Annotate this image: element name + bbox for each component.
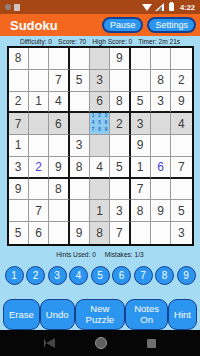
- cell-r6c6[interactable]: 5: [110, 157, 130, 179]
- notification-circle-icon: [5, 4, 11, 10]
- cell-r9c7[interactable]: [131, 222, 151, 244]
- cell-r3c4[interactable]: [70, 92, 90, 114]
- clock-time: 4:22: [180, 3, 195, 12]
- cell-r8c3[interactable]: [49, 200, 69, 222]
- cell-r5c7[interactable]: 9: [131, 135, 151, 157]
- cell-r5c3[interactable]: [49, 135, 69, 157]
- cell-r2c9[interactable]: 2: [171, 70, 191, 92]
- digit-5-button[interactable]: 5: [91, 266, 110, 285]
- cell-r1c8[interactable]: [151, 48, 171, 70]
- cell-r4c6[interactable]: 2: [110, 113, 130, 135]
- cell-r2c7[interactable]: [131, 70, 151, 92]
- digit-1-button[interactable]: 1: [5, 266, 24, 285]
- cell-r5c8[interactable]: [151, 135, 171, 157]
- digit-9-button[interactable]: 9: [177, 266, 196, 285]
- android-status-bar: 4:22: [0, 0, 200, 14]
- hints-mistakes-bar: Hints Used: 0 Mistakes: 1/3: [0, 249, 200, 259]
- cell-r9c3[interactable]: [49, 222, 69, 244]
- cell-r8c4[interactable]: [70, 200, 90, 222]
- cell-r7c3[interactable]: 8: [49, 179, 69, 201]
- cell-r1c1[interactable]: 8: [9, 48, 29, 70]
- digit-6-button[interactable]: 6: [112, 266, 131, 285]
- undo-button[interactable]: Undo: [40, 299, 75, 330]
- cell-r1c5[interactable]: [90, 48, 110, 70]
- pencil-notes: 123456789: [90, 113, 109, 134]
- cell-r5c4[interactable]: 3: [70, 135, 90, 157]
- difficulty-stat: Difficulty: 0: [20, 38, 52, 45]
- cell-r4c9[interactable]: 4: [171, 113, 191, 135]
- cell-r8c9[interactable]: 5: [171, 200, 191, 222]
- cell-r8c1[interactable]: [9, 200, 29, 222]
- cell-r8c5[interactable]: 1: [90, 200, 110, 222]
- cell-r4c4[interactable]: [70, 113, 90, 135]
- cell-r8c7[interactable]: 8: [131, 200, 151, 222]
- cell-r6c1[interactable]: 3: [9, 157, 29, 179]
- game-stats-bar: Difficulty: 0 Score: 70 High Score: 0 Ti…: [0, 36, 200, 46]
- timer-stat: Timer: 2m 21s: [138, 38, 180, 45]
- cell-r9c1[interactable]: 5: [9, 222, 29, 244]
- cell-signal-icon: [155, 3, 164, 11]
- cell-r9c6[interactable]: 7: [110, 222, 130, 244]
- cell-r2c8[interactable]: 8: [151, 70, 171, 92]
- cell-r7c9[interactable]: [171, 179, 191, 201]
- cell-r4c8[interactable]: [151, 113, 171, 135]
- cell-r2c1[interactable]: [9, 70, 29, 92]
- cell-r3c5[interactable]: 6: [90, 92, 110, 114]
- cell-r4c2[interactable]: [29, 113, 49, 135]
- cell-r7c4[interactable]: [70, 179, 90, 201]
- recents-icon[interactable]: [147, 339, 156, 348]
- home-icon[interactable]: [95, 337, 107, 349]
- cell-r5c2[interactable]: [29, 135, 49, 157]
- cell-r1c6[interactable]: 9: [110, 48, 130, 70]
- cell-r8c6[interactable]: 3: [110, 200, 130, 222]
- action-button-row: Erase Undo New Puzzle Notes On Hint: [0, 299, 200, 330]
- mistakes-label: Mistakes: 1/3: [105, 251, 144, 258]
- cell-r6c5[interactable]: 4: [90, 157, 110, 179]
- digit-8-button[interactable]: 8: [155, 266, 174, 285]
- cell-r7c5[interactable]: [90, 179, 110, 201]
- cell-r4c3[interactable]: 6: [49, 113, 69, 135]
- cell-r2c5[interactable]: 3: [90, 70, 110, 92]
- digit-7-button[interactable]: 7: [134, 266, 153, 285]
- app-title: Sudoku: [10, 18, 98, 33]
- cell-r1c2[interactable]: [29, 48, 49, 70]
- wifi-icon: [142, 4, 152, 11]
- cell-r8c8[interactable]: 9: [151, 200, 171, 222]
- cell-r6c4[interactable]: 8: [70, 157, 90, 179]
- cell-r4c7[interactable]: 3: [131, 113, 151, 135]
- cell-r3c2[interactable]: 1: [29, 92, 49, 114]
- digit-3-button[interactable]: 3: [48, 266, 67, 285]
- cell-r4c1[interactable]: 7: [9, 113, 29, 135]
- cell-r3c1[interactable]: 2: [9, 92, 29, 114]
- cell-r6c2[interactable]: 2: [29, 157, 49, 179]
- cell-r1c9[interactable]: [171, 48, 191, 70]
- cell-r5c6[interactable]: [110, 135, 130, 157]
- cell-r6c3[interactable]: 9: [49, 157, 69, 179]
- cell-r5c1[interactable]: 1: [9, 135, 29, 157]
- number-pad: 1 2 3 4 5 6 7 8 9: [0, 266, 200, 285]
- cell-r6c7[interactable]: 1: [131, 157, 151, 179]
- cell-r8c2[interactable]: 7: [29, 200, 49, 222]
- sudoku-board: 8975382214685397612345678923413932984516…: [7, 46, 194, 246]
- phone-screen: 4:22 Sudoku Pause Settings Difficulty: 0…: [0, 0, 200, 356]
- cell-r2c4[interactable]: 5: [70, 70, 90, 92]
- cell-r7c8[interactable]: [151, 179, 171, 201]
- cell-r1c3[interactable]: [49, 48, 69, 70]
- digit-2-button[interactable]: 2: [26, 266, 45, 285]
- cell-r7c6[interactable]: [110, 179, 130, 201]
- back-icon[interactable]: [44, 338, 55, 348]
- hint-button[interactable]: Hint: [168, 299, 197, 330]
- cell-r3c9[interactable]: 9: [171, 92, 191, 114]
- cell-r2c2[interactable]: [29, 70, 49, 92]
- notification-file-icon: [14, 4, 20, 11]
- cell-r7c7[interactable]: 7: [131, 179, 151, 201]
- cell-r5c5[interactable]: [90, 135, 110, 157]
- app-header: Sudoku Pause Settings: [0, 14, 200, 36]
- settings-button[interactable]: Settings: [147, 17, 196, 34]
- cell-r7c2[interactable]: [29, 179, 49, 201]
- new-puzzle-button[interactable]: New Puzzle: [75, 299, 126, 330]
- high-score-stat: High Score: 0: [92, 38, 132, 45]
- cell-r3c3[interactable]: 4: [49, 92, 69, 114]
- score-stat: Score: 70: [58, 38, 86, 45]
- cell-r2c6[interactable]: [110, 70, 130, 92]
- cell-r9c4[interactable]: 9: [70, 222, 90, 244]
- digit-4-button[interactable]: 4: [69, 266, 88, 285]
- cell-r7c1[interactable]: 9: [9, 179, 29, 201]
- notes-toggle-button[interactable]: Notes On: [125, 299, 168, 330]
- cell-r9c5[interactable]: 8: [90, 222, 110, 244]
- pause-button[interactable]: Pause: [102, 17, 144, 34]
- battery-icon: [169, 3, 174, 11]
- cell-r5c9[interactable]: [171, 135, 191, 157]
- android-nav-bar: [0, 330, 200, 356]
- cell-r2c3[interactable]: 7: [49, 70, 69, 92]
- hints-used-label: Hints Used: 0: [56, 251, 96, 258]
- cell-r1c7[interactable]: [131, 48, 151, 70]
- cell-r6c9[interactable]: 7: [171, 157, 191, 179]
- cell-r4c5[interactable]: 123456789: [90, 113, 110, 135]
- cell-r3c6[interactable]: 8: [110, 92, 130, 114]
- cell-r9c2[interactable]: 6: [29, 222, 49, 244]
- cell-r9c8[interactable]: [151, 222, 171, 244]
- erase-button[interactable]: Erase: [3, 299, 40, 330]
- cell-r3c7[interactable]: 5: [131, 92, 151, 114]
- cell-r6c8[interactable]: 6: [151, 157, 171, 179]
- cell-r9c9[interactable]: 3: [171, 222, 191, 244]
- cell-r3c8[interactable]: 3: [151, 92, 171, 114]
- cell-r1c4[interactable]: [70, 48, 90, 70]
